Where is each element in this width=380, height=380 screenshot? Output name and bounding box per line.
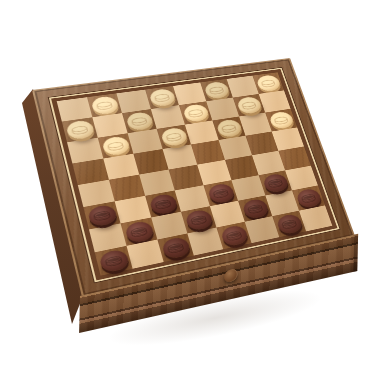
light-checker[interactable]: ⛀ — [148, 88, 176, 107]
light-checker[interactable]: ⛀ — [90, 95, 120, 115]
light-checker[interactable]: ⛀ — [255, 74, 282, 92]
dark-checker[interactable]: ⛂ — [206, 182, 235, 204]
board-grid: ⛀⛀⛀⛀⛀⛀⛀⛀⛀⛀⛀⛀⛂⛂⛂⛂⛂⛂⛂⛂⛂⛂⛂⛂ — [57, 72, 333, 275]
dark-checker[interactable]: ⛂ — [261, 172, 289, 193]
dark-checker[interactable]: ⛂ — [148, 193, 178, 216]
product-photo-scene: ⛀⛀⛀⛀⛀⛀⛀⛀⛀⛀⛀⛀⛂⛂⛂⛂⛂⛂⛂⛂⛂⛂⛂⛂ — [0, 0, 380, 380]
dark-checker[interactable]: ⛂ — [86, 204, 117, 228]
light-checker[interactable]: ⛀ — [125, 111, 154, 131]
dark-checker[interactable]: ⛂ — [295, 187, 323, 208]
light-checker[interactable]: ⛀ — [101, 135, 131, 156]
light-checker[interactable]: ⛀ — [203, 81, 231, 100]
dark-checker[interactable]: ⛂ — [275, 213, 304, 235]
drawer-knob[interactable] — [224, 268, 238, 283]
dark-checker[interactable]: ⛂ — [219, 224, 249, 247]
square-r8-c8[interactable] — [299, 205, 332, 231]
light-checker[interactable]: ⛀ — [159, 126, 188, 147]
dark-checker[interactable]: ⛂ — [98, 248, 130, 273]
dark-checker[interactable]: ⛂ — [241, 198, 270, 220]
light-checker[interactable]: ⛀ — [215, 118, 243, 138]
dark-checker[interactable]: ⛂ — [160, 236, 191, 260]
light-checker[interactable]: ⛀ — [235, 96, 262, 115]
light-checker[interactable]: ⛀ — [268, 110, 295, 129]
light-checker[interactable]: ⛀ — [65, 119, 95, 140]
light-checker[interactable]: ⛀ — [182, 103, 210, 123]
